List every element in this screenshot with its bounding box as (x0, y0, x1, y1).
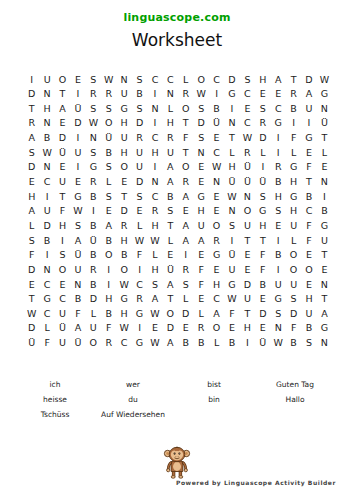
grid-cell-r11c10: T (163, 218, 178, 233)
grid-cell-r14c14: U (224, 262, 239, 277)
grid-cell-r13c19: E (301, 248, 316, 263)
grid-cell-r3c14: I (224, 101, 239, 116)
grid-cell-r13c10: E (163, 248, 178, 263)
grid-cell-r10c15: O (240, 204, 255, 219)
grid-cell-r15c20: N (317, 277, 332, 292)
grid-cell-r13c18: O (286, 248, 301, 263)
grid-cell-r13c12: E (193, 248, 208, 263)
grid-cell-r2c15: C (240, 87, 255, 102)
grid-cell-r2c19: A (301, 87, 316, 102)
grid-cell-r3c10: L (163, 101, 178, 116)
grid-cell-r7c12: E (193, 160, 208, 175)
grid-cell-r14c11: R (178, 262, 193, 277)
grid-cell-r17c9: W (147, 306, 162, 321)
grid-cell-r16c2: G (39, 292, 54, 307)
grid-cell-r9c6: S (101, 189, 116, 204)
grid-cell-r6c20: L (317, 145, 332, 160)
grid-cell-r11c17: E (271, 218, 286, 233)
grid-cell-r1c11: L (178, 72, 193, 87)
grid-cell-r15c12: F (193, 277, 208, 292)
grid-cell-r19c20: N (317, 336, 332, 351)
grid-cell-r15c6: I (101, 277, 116, 292)
grid-cell-r2c18: R (286, 87, 301, 102)
grid-cell-r8c20: N (317, 174, 332, 189)
grid-cell-r3c11: O (178, 101, 193, 116)
grid-cell-r15c7: W (116, 277, 131, 292)
grid-cell-r5c16: D (255, 131, 270, 146)
grid-cell-r8c3: U (55, 174, 70, 189)
grid-cell-r10c14: N (224, 204, 239, 219)
grid-cell-r10c4: W (70, 204, 85, 219)
grid-cell-r18c18: F (286, 321, 301, 336)
grid-cell-r16c13: C (209, 292, 224, 307)
grid-cell-r17c17: S (271, 306, 286, 321)
linguascope-brand: linguascope.com (0, 11, 354, 24)
grid-cell-r8c15: Ü (240, 174, 255, 189)
grid-cell-r11c11: A (178, 218, 193, 233)
grid-cell-r12c6: B (101, 233, 116, 248)
grid-cell-r10c10: S (163, 204, 178, 219)
grid-cell-r14c18: O (286, 262, 301, 277)
grid-cell-r17c15: T (240, 306, 255, 321)
grid-cell-r16c11: L (178, 292, 193, 307)
word-bank-column-1: ichheisseTschüss (41, 377, 70, 423)
grid-cell-r3c15: E (240, 101, 255, 116)
grid-cell-r2c1: D (24, 87, 39, 102)
grid-cell-r12c3: I (55, 233, 70, 248)
grid-cell-r5c1: A (24, 131, 39, 146)
grid-cell-r8c14: Ü (224, 174, 239, 189)
grid-cell-r3c17: C (271, 101, 286, 116)
grid-cell-r3c16: S (255, 101, 270, 116)
grid-cell-r6c6: B (101, 145, 116, 160)
grid-cell-r16c7: G (116, 292, 131, 307)
grid-cell-r11c7: R (116, 218, 131, 233)
grid-cell-r1c13: C (209, 72, 224, 87)
word-bank-item: wer (101, 377, 165, 392)
grid-cell-r19c1: Ü (24, 336, 39, 351)
grid-cell-r7c20: E (317, 160, 332, 175)
grid-cell-r12c8: W (132, 233, 147, 248)
grid-cell-r2c11: R (178, 87, 193, 102)
grid-cell-r14c1: D (24, 262, 39, 277)
grid-cell-r16c10: T (163, 292, 178, 307)
grid-cell-r14c15: E (240, 262, 255, 277)
grid-cell-r5c14: T (224, 131, 239, 146)
grid-cell-r3c5: S (86, 101, 101, 116)
grid-cell-r16c18: S (286, 292, 301, 307)
grid-cell-r8c19: T (301, 174, 316, 189)
grid-cell-r4c16: R (255, 116, 270, 131)
grid-cell-r2c17: E (271, 87, 286, 102)
grid-cell-r7c4: I (70, 160, 85, 175)
grid-cell-r11c15: U (240, 218, 255, 233)
grid-cell-r12c5: Ü (86, 233, 101, 248)
grid-cell-r6c15: R (240, 145, 255, 160)
grid-cell-r8c10: A (163, 174, 178, 189)
grid-cell-r8c11: R (178, 174, 193, 189)
grid-cell-r14c9: H (147, 262, 162, 277)
grid-cell-r6c11: T (178, 145, 193, 160)
grid-cell-r15c19: E (301, 277, 316, 292)
grid-cell-r2c10: N (163, 87, 178, 102)
grid-cell-r18c17: N (271, 321, 286, 336)
grid-cell-r4c11: T (178, 116, 193, 131)
grid-cell-r9c12: G (193, 189, 208, 204)
grid-cell-r1c14: D (224, 72, 239, 87)
grid-cell-r4c8: D (132, 116, 147, 131)
grid-cell-r15c17: U (271, 277, 286, 292)
grid-cell-r18c3: Ü (55, 321, 70, 336)
grid-cell-r13c7: B (116, 248, 131, 263)
grid-cell-r6c10: U (163, 145, 178, 160)
grid-cell-r13c1: F (24, 248, 39, 263)
grid-cell-r19c6: R (101, 336, 116, 351)
grid-cell-r10c18: H (286, 204, 301, 219)
grid-cell-r6c17: I (271, 145, 286, 160)
grid-cell-r2c7: U (116, 87, 131, 102)
grid-cell-r14c8: I (132, 262, 147, 277)
grid-cell-r11c5: B (86, 218, 101, 233)
grid-cell-r1c17: A (271, 72, 286, 87)
grid-cell-r3c2: H (39, 101, 54, 116)
grid-cell-r19c2: F (39, 336, 54, 351)
grid-cell-r7c1: D (24, 160, 39, 175)
grid-cell-r18c5: U (86, 321, 101, 336)
grid-cell-r5c2: B (39, 131, 54, 146)
grid-cell-r11c4: S (70, 218, 85, 233)
grid-cell-r9c16: S (255, 189, 270, 204)
grid-cell-r2c4: I (70, 87, 85, 102)
grid-cell-r15c8: C (132, 277, 147, 292)
grid-cell-r7c19: F (301, 160, 316, 175)
grid-cell-r9c11: A (178, 189, 193, 204)
grid-cell-r9c19: B (301, 189, 316, 204)
grid-cell-r17c20: A (317, 306, 332, 321)
grid-cell-r18c14: E (224, 321, 239, 336)
grid-cell-r16c4: B (70, 292, 85, 307)
grid-cell-r16c3: C (55, 292, 70, 307)
grid-cell-r12c20: U (317, 233, 332, 248)
grid-cell-r1c4: E (70, 72, 85, 87)
grid-cell-r4c4: D (70, 116, 85, 131)
grid-cell-r11c14: S (224, 218, 239, 233)
grid-cell-r14c16: F (255, 262, 270, 277)
grid-cell-r16c6: H (101, 292, 116, 307)
grid-cell-r10c20: B (317, 204, 332, 219)
grid-cell-r15c18: U (286, 277, 301, 292)
grid-cell-r9c14: W (224, 189, 239, 204)
grid-cell-r12c4: A (70, 233, 85, 248)
grid-cell-r6c14: L (224, 145, 239, 160)
grid-cell-r9c20: I (317, 189, 332, 204)
grid-cell-r8c18: H (286, 174, 301, 189)
grid-cell-r8c4: E (70, 174, 85, 189)
grid-cell-r16c20: T (317, 292, 332, 307)
grid-cell-r13c5: B (86, 248, 101, 263)
grid-cell-r18c19: B (301, 321, 316, 336)
word-bank-column-2: werduAuf Wiedersehen (101, 377, 165, 423)
grid-cell-r12c2: B (39, 233, 54, 248)
grid-cell-r3c6: S (101, 101, 116, 116)
grid-cell-r2c9: I (147, 87, 162, 102)
grid-cell-r18c8: I (132, 321, 147, 336)
grid-cell-r15c2: C (39, 277, 54, 292)
powered-by-text: Powered by Linguascope Activity Builder (176, 479, 336, 486)
worksheet-page: linguascope.com Worksheet IUOESWNSCCLOCD… (0, 0, 354, 500)
grid-cell-r14c7: O (116, 262, 131, 277)
grid-cell-r7c10: A (163, 160, 178, 175)
word-bank-item: du (101, 392, 165, 407)
grid-cell-r2c12: W (193, 87, 208, 102)
grid-cell-r19c18: B (286, 336, 301, 351)
grid-cell-r2c8: B (132, 87, 147, 102)
word-bank-item: Hallo (276, 392, 314, 407)
grid-cell-r5c20: T (317, 131, 332, 146)
grid-cell-r17c13: A (209, 306, 224, 321)
grid-cell-r10c7: D (116, 204, 131, 219)
grid-cell-r3c4: Ü (70, 101, 85, 116)
grid-cell-r10c8: E (132, 204, 147, 219)
word-bank-item: ich (41, 377, 70, 392)
grid-cell-r2c14: G (224, 87, 239, 102)
grid-cell-r1c2: U (39, 72, 54, 87)
grid-cell-r14c4: U (70, 262, 85, 277)
grid-cell-r7c15: Ü (240, 160, 255, 175)
grid-cell-r15c4: N (70, 277, 85, 292)
grid-cell-r16c1: T (24, 292, 39, 307)
grid-cell-r7c13: W (209, 160, 224, 175)
grid-cell-r2c5: R (86, 87, 101, 102)
grid-cell-r1c19: D (301, 72, 316, 87)
grid-cell-r1c10: C (163, 72, 178, 87)
grid-cell-r10c6: E (101, 204, 116, 219)
grid-cell-r5c4: I (70, 131, 85, 146)
grid-cell-r18c1: D (24, 321, 39, 336)
grid-cell-r16c5: D (86, 292, 101, 307)
word-bank-item: heisse (41, 392, 70, 407)
grid-cell-r2c16: E (255, 87, 270, 102)
grid-cell-r19c14: B (224, 336, 239, 351)
grid-cell-r6c7: H (116, 145, 131, 160)
monkey-mascot-icon (163, 445, 191, 479)
grid-cell-r17c19: U (301, 306, 316, 321)
grid-cell-r10c17: S (271, 204, 286, 219)
word-bank-item: Auf Wiedersehen (101, 407, 165, 422)
page-title: Worksheet (0, 30, 354, 50)
grid-cell-r12c16: T (255, 233, 270, 248)
word-bank-item: Tschüss (41, 407, 70, 422)
grid-cell-r15c10: A (163, 277, 178, 292)
grid-cell-r3c3: A (55, 101, 70, 116)
grid-cell-r1c12: O (193, 72, 208, 87)
grid-cell-r17c1: W (24, 306, 39, 321)
grid-cell-r17c3: U (55, 306, 70, 321)
grid-cell-r10c1: A (24, 204, 39, 219)
grid-cell-r17c12: L (193, 306, 208, 321)
grid-cell-r19c12: B (193, 336, 208, 351)
word-bank-column-4: Guten TagHallo (276, 377, 314, 407)
grid-cell-r8c8: D (132, 174, 147, 189)
grid-cell-r4c5: W (86, 116, 101, 131)
grid-cell-r2c3: T (55, 87, 70, 102)
grid-cell-r18c12: R (193, 321, 208, 336)
grid-cell-r3c19: U (301, 101, 316, 116)
grid-cell-r4c18: I (286, 116, 301, 131)
grid-cell-r19c19: S (301, 336, 316, 351)
grid-cell-r1c9: C (147, 72, 162, 87)
grid-cell-r4c2: N (39, 116, 54, 131)
grid-cell-r10c16: G (255, 204, 270, 219)
grid-cell-r6c5: S (86, 145, 101, 160)
grid-cell-r2c20: G (317, 87, 332, 102)
grid-cell-r3c20: N (317, 101, 332, 116)
grid-cell-r4c15: C (240, 116, 255, 131)
grid-cell-r5c18: F (286, 131, 301, 146)
grid-cell-r7c8: U (132, 160, 147, 175)
grid-cell-r19c17: W (271, 336, 286, 351)
grid-cell-r7c11: O (178, 160, 193, 175)
grid-cell-r5c3: D (55, 131, 70, 146)
grid-cell-r6c19: E (301, 145, 316, 160)
word-bank-column-3: bistbin (207, 377, 221, 407)
grid-cell-r8c9: N (147, 174, 162, 189)
grid-cell-r4c9: I (147, 116, 162, 131)
grid-cell-r15c5: B (86, 277, 101, 292)
grid-cell-r16c16: E (255, 292, 270, 307)
grid-cell-r17c18: D (286, 306, 301, 321)
grid-cell-r7c5: G (86, 160, 101, 175)
grid-cell-r5c15: W (240, 131, 255, 146)
grid-cell-r15c9: S (147, 277, 162, 292)
grid-cell-r8c13: N (209, 174, 224, 189)
grid-cell-r9c5: B (86, 189, 101, 204)
grid-cell-r1c1: I (24, 72, 39, 87)
grid-cell-r12c9: W (147, 233, 162, 248)
grid-cell-r19c9: W (147, 336, 162, 351)
grid-cell-r4c14: N (224, 116, 239, 131)
grid-cell-r7c17: R (271, 160, 286, 175)
grid-cell-r7c2: N (39, 160, 54, 175)
grid-cell-r13c2: I (39, 248, 54, 263)
grid-cell-r17c5: L (86, 306, 101, 321)
grid-cell-r19c16: Ü (255, 336, 270, 351)
grid-cell-r12c13: R (209, 233, 224, 248)
grid-cell-r5c17: I (271, 131, 286, 146)
grid-cell-r14c6: I (101, 262, 116, 277)
grid-cell-r13c13: G (209, 248, 224, 263)
grid-cell-r1c16: H (255, 72, 270, 87)
grid-cell-r13c3: S (55, 248, 70, 263)
grid-cell-r2c2: N (39, 87, 54, 102)
grid-cell-r10c11: E (178, 204, 193, 219)
grid-cell-r10c13: E (209, 204, 224, 219)
grid-cell-r11c13: O (209, 218, 224, 233)
grid-cell-r16c14: W (224, 292, 239, 307)
grid-cell-r7c9: I (147, 160, 162, 175)
grid-cell-r14c20: E (317, 262, 332, 277)
grid-cell-r11c2: D (39, 218, 54, 233)
grid-cell-r12c19: F (301, 233, 316, 248)
grid-cell-r19c13: L (209, 336, 224, 351)
grid-cell-r1c20: W (317, 72, 332, 87)
grid-cell-r18c7: W (116, 321, 131, 336)
grid-cell-r19c7: C (116, 336, 131, 351)
grid-cell-r13c16: F (255, 248, 270, 263)
grid-cell-r13c11: I (178, 248, 193, 263)
grid-cell-r13c9: L (147, 248, 162, 263)
grid-cell-r15c14: G (224, 277, 239, 292)
grid-cell-r8c17: B (271, 174, 286, 189)
grid-cell-r4c6: O (101, 116, 116, 131)
grid-cell-r12c14: I (224, 233, 239, 248)
grid-cell-r14c2: N (39, 262, 54, 277)
grid-cell-r5c7: U (116, 131, 131, 146)
grid-cell-r17c10: O (163, 306, 178, 321)
grid-cell-r19c5: O (86, 336, 101, 351)
grid-cell-r5c10: R (163, 131, 178, 146)
grid-cell-r9c8: S (132, 189, 147, 204)
grid-cell-r9c13: E (209, 189, 224, 204)
grid-cell-r5c13: E (209, 131, 224, 146)
grid-cell-r3c9: N (147, 101, 162, 116)
grid-cell-r6c13: C (209, 145, 224, 160)
grid-cell-r9c3: T (55, 189, 70, 204)
grid-cell-r5c9: C (147, 131, 162, 146)
grid-cell-r6c1: S (24, 145, 39, 160)
grid-cell-r16c12: E (193, 292, 208, 307)
grid-cell-r6c2: W (39, 145, 54, 160)
grid-cell-r4c10: H (163, 116, 178, 131)
grid-cell-r10c9: R (147, 204, 162, 219)
grid-cell-r5c19: G (301, 131, 316, 146)
grid-cell-r12c18: L (286, 233, 301, 248)
grid-cell-r5c8: R (132, 131, 147, 146)
grid-cell-r7c6: S (101, 160, 116, 175)
grid-cell-r13c8: F (132, 248, 147, 263)
grid-cell-r9c1: H (24, 189, 39, 204)
grid-cell-r18c9: E (147, 321, 162, 336)
grid-cell-r19c11: B (178, 336, 193, 351)
grid-cell-r12c17: I (271, 233, 286, 248)
word-bank-item: bist (207, 377, 221, 392)
grid-cell-r18c4: A (70, 321, 85, 336)
grid-cell-r7c7: O (116, 160, 131, 175)
grid-cell-r9c4: G (70, 189, 85, 204)
grid-cell-r13c4: Ü (70, 248, 85, 263)
grid-cell-r1c18: T (286, 72, 301, 87)
grid-cell-r14c5: R (86, 262, 101, 277)
grid-cell-r7c16: I (255, 160, 270, 175)
grid-cell-r12c11: A (178, 233, 193, 248)
grid-cell-r9c10: B (163, 189, 178, 204)
grid-cell-r10c19: C (301, 204, 316, 219)
grid-cell-r17c14: F (224, 306, 239, 321)
grid-cell-r19c8: G (132, 336, 147, 351)
grid-cell-r9c7: T (116, 189, 131, 204)
grid-cell-r6c9: H (147, 145, 162, 160)
grid-cell-r9c9: C (147, 189, 162, 204)
grid-cell-r9c17: H (271, 189, 286, 204)
grid-cell-r11c1: L (24, 218, 39, 233)
grid-cell-r12c7: H (116, 233, 131, 248)
grid-cell-r3c8: S (132, 101, 147, 116)
grid-cell-r9c15: N (240, 189, 255, 204)
grid-cell-r1c3: O (55, 72, 70, 87)
grid-cell-r16c15: U (240, 292, 255, 307)
grid-cell-r5c12: S (193, 131, 208, 146)
grid-cell-r11c16: H (255, 218, 270, 233)
